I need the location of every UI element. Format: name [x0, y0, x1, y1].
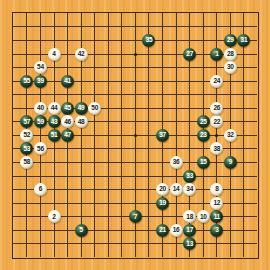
stone-number: 50 — [91, 105, 98, 112]
black-stone-R8[interactable]: 9 — [224, 156, 237, 169]
black-stone-F3[interactable]: 5 — [75, 224, 88, 237]
stone-number: 49 — [78, 105, 85, 112]
black-stone-E12[interactable]: 45 — [61, 102, 74, 115]
stone-number: 41 — [64, 78, 71, 85]
stone-number: 13 — [186, 241, 193, 248]
black-stone-M5[interactable]: 19 — [156, 197, 169, 210]
white-stone-D4[interactable]: 2 — [48, 210, 61, 223]
black-stone-O16[interactable]: 27 — [183, 48, 196, 61]
stone-number: 7 — [134, 214, 137, 221]
black-stone-E14[interactable]: 41 — [61, 75, 74, 88]
stone-number: 27 — [186, 51, 193, 58]
stone-number: 12 — [213, 200, 220, 207]
stone-number: 33 — [186, 173, 193, 180]
stone-number: 3 — [215, 227, 218, 234]
white-stone-R15[interactable]: 30 — [224, 61, 237, 74]
white-stone-Q12[interactable]: 26 — [210, 102, 223, 115]
stone-number: 21 — [159, 227, 166, 234]
stone-number: 35 — [146, 37, 153, 44]
white-stone-N8[interactable]: 36 — [170, 156, 183, 169]
white-stone-N3[interactable]: 16 — [170, 224, 183, 237]
stone-number: 19 — [159, 200, 166, 207]
white-stone-Q14[interactable]: 24 — [210, 75, 223, 88]
black-stone-C14[interactable]: 39 — [34, 75, 47, 88]
black-stone-E10[interactable]: 47 — [61, 129, 74, 142]
white-stone-R16[interactable]: 28 — [224, 48, 237, 61]
black-stone-F12[interactable]: 49 — [75, 102, 88, 115]
go-board[interactable]: 1234567891011121314151617181920212223242… — [0, 0, 270, 270]
white-stone-Q5[interactable]: 12 — [210, 197, 223, 210]
black-stone-D10[interactable]: 51 — [48, 129, 61, 142]
stone-number: 46 — [64, 119, 71, 126]
stone-number: 43 — [51, 119, 58, 126]
stone-number: 53 — [24, 146, 31, 153]
star-point — [134, 53, 137, 56]
stone-number: 1 — [215, 51, 218, 58]
stone-number: 37 — [159, 132, 166, 139]
white-stone-C15[interactable]: 54 — [34, 61, 47, 74]
stone-number: 56 — [37, 146, 44, 153]
stone-number: 14 — [173, 186, 180, 193]
stone-number: 11 — [214, 214, 220, 221]
stone-number: 26 — [213, 105, 220, 112]
stone-number: 55 — [24, 78, 31, 85]
stone-number: 29 — [227, 37, 234, 44]
stone-number: 40 — [37, 105, 44, 112]
stone-number: 54 — [37, 64, 44, 71]
white-stone-P4[interactable]: 10 — [197, 210, 210, 223]
white-stone-C6[interactable]: 6 — [34, 183, 47, 196]
stone-number: 58 — [24, 159, 31, 166]
white-stone-F16[interactable]: 42 — [75, 48, 88, 61]
white-stone-R10[interactable]: 32 — [224, 129, 237, 142]
stone-number: 42 — [78, 51, 85, 58]
stone-number: 31 — [241, 37, 248, 44]
stone-number: 32 — [227, 132, 234, 139]
white-stone-D12[interactable]: 44 — [48, 102, 61, 115]
stone-number: 17 — [186, 227, 193, 234]
stone-number: 34 — [186, 186, 193, 193]
black-stone-M10[interactable]: 37 — [156, 129, 169, 142]
stone-number: 8 — [215, 186, 218, 193]
white-stone-D16[interactable]: 4 — [48, 48, 61, 61]
stone-number: 5 — [79, 227, 82, 234]
stone-number: 36 — [173, 159, 180, 166]
stone-number: 6 — [39, 186, 42, 193]
stone-number: 22 — [213, 119, 220, 126]
black-stone-B14[interactable]: 55 — [20, 75, 33, 88]
stone-number: 47 — [64, 132, 71, 139]
stone-number: 18 — [186, 214, 193, 221]
stone-number: 38 — [213, 146, 220, 153]
stone-number: 48 — [78, 119, 85, 126]
stone-number: 59 — [37, 119, 44, 126]
stone-number: 24 — [213, 78, 220, 85]
black-stone-M3[interactable]: 21 — [156, 224, 169, 237]
white-stone-N6[interactable]: 14 — [170, 183, 183, 196]
stone-number: 28 — [227, 51, 234, 58]
stone-number: 51 — [51, 132, 58, 139]
white-stone-F11[interactable]: 48 — [75, 115, 88, 128]
stone-number: 20 — [159, 186, 166, 193]
stone-number: 44 — [51, 105, 58, 112]
stone-number: 25 — [200, 119, 207, 126]
stone-number: 39 — [37, 78, 44, 85]
black-stone-O7[interactable]: 33 — [183, 170, 196, 183]
black-stone-P10[interactable]: 23 — [197, 129, 210, 142]
black-stone-P11[interactable]: 25 — [197, 115, 210, 128]
black-stone-P8[interactable]: 15 — [197, 156, 210, 169]
stone-number: 10 — [200, 214, 207, 221]
stone-number: 16 — [173, 227, 180, 234]
black-stone-R17[interactable]: 29 — [224, 34, 237, 47]
white-stone-G12[interactable]: 50 — [88, 102, 101, 115]
black-stone-O3[interactable]: 17 — [183, 224, 196, 237]
stone-number: 45 — [64, 105, 71, 112]
white-stone-C12[interactable]: 40 — [34, 102, 47, 115]
black-stone-D11[interactable]: 43 — [48, 115, 61, 128]
stone-number: 23 — [200, 132, 207, 139]
stone-number: 4 — [52, 51, 55, 58]
stone-number: 30 — [227, 64, 234, 71]
stone-number: 52 — [24, 132, 31, 139]
stone-number: 15 — [200, 159, 207, 166]
stone-number: 2 — [52, 214, 55, 221]
stone-number: 57 — [24, 119, 31, 126]
stone-number: 9 — [229, 159, 232, 166]
star-point — [134, 134, 137, 137]
black-stone-Q16[interactable]: 1 — [210, 48, 223, 61]
